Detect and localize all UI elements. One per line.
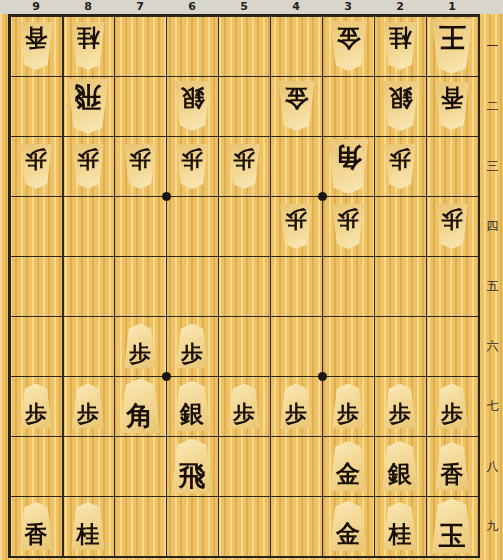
piece-kanji: 玉	[429, 522, 475, 554]
square-4i[interactable]	[270, 496, 322, 556]
square-6i[interactable]	[166, 496, 218, 556]
square-7a[interactable]	[114, 16, 166, 76]
square-1e[interactable]	[426, 256, 478, 316]
piece-kanji: 角	[325, 139, 371, 171]
piece-kanji: 王	[429, 19, 475, 51]
square-3b[interactable]	[322, 76, 374, 136]
square-3f[interactable]	[322, 316, 374, 376]
file-label-1: 1	[426, 0, 478, 14]
square-9d[interactable]	[10, 196, 62, 256]
star-point	[162, 372, 171, 381]
piece-kanji: 銀	[172, 402, 213, 431]
square-5f[interactable]	[218, 316, 270, 376]
piece-kanji: 歩	[278, 204, 314, 231]
shogi-board[interactable]: 香桂金桂王飛銀金銀香歩歩歩歩歩角歩歩歩歩歩歩歩歩角銀歩歩歩歩歩飛金銀香香桂金桂玉	[8, 14, 480, 558]
square-5i[interactable]	[218, 496, 270, 556]
star-point	[318, 192, 327, 201]
piece-kanji: 歩	[330, 204, 366, 231]
square-6e[interactable]	[166, 256, 218, 316]
square-9e[interactable]	[10, 256, 62, 316]
piece-kanji: 銀	[172, 81, 213, 110]
piece-kanji: 飛	[65, 79, 111, 111]
piece-kanji: 歩	[434, 402, 470, 429]
piece-kanji: 角	[117, 402, 163, 434]
square-8h[interactable]	[62, 436, 114, 496]
file-label-5: 5	[218, 0, 270, 14]
square-5a[interactable]	[218, 16, 270, 76]
piece-kanji: 金	[276, 81, 317, 110]
square-4e[interactable]	[270, 256, 322, 316]
square-7h[interactable]	[114, 436, 166, 496]
square-4h[interactable]	[270, 436, 322, 496]
file-label-7: 7	[114, 0, 166, 14]
piece-kanji: 銀	[380, 81, 421, 110]
file-label-6: 6	[166, 0, 218, 14]
piece-kanji: 桂	[381, 22, 419, 50]
rank-label-5: 五	[482, 256, 503, 316]
square-4c[interactable]	[270, 136, 322, 196]
square-4f[interactable]	[270, 316, 322, 376]
piece-kanji: 歩	[18, 144, 54, 171]
square-7b[interactable]	[114, 76, 166, 136]
file-labels-bar: 987654321	[0, 0, 503, 14]
piece-kanji: 歩	[122, 144, 158, 171]
square-8e[interactable]	[62, 256, 114, 316]
piece-kanji: 歩	[174, 342, 210, 369]
piece-kanji: 桂	[381, 522, 419, 550]
piece-kanji: 歩	[122, 342, 158, 369]
piece-kanji: 香	[17, 22, 55, 50]
piece-kanji: 金	[328, 21, 369, 50]
square-9b[interactable]	[10, 76, 62, 136]
file-label-2: 2	[374, 0, 426, 14]
square-6a[interactable]	[166, 16, 218, 76]
piece-kanji: 桂	[69, 522, 107, 550]
piece-kanji: 桂	[69, 22, 107, 50]
square-5d[interactable]	[218, 196, 270, 256]
file-label-3: 3	[322, 0, 374, 14]
square-8f[interactable]	[62, 316, 114, 376]
piece-kanji: 歩	[18, 402, 54, 429]
square-7d[interactable]	[114, 196, 166, 256]
piece-kanji: 金	[328, 522, 369, 551]
piece-kanji: 香	[17, 522, 55, 550]
square-2f[interactable]	[374, 316, 426, 376]
square-4a[interactable]	[270, 16, 322, 76]
square-5h[interactable]	[218, 436, 270, 496]
square-3e[interactable]	[322, 256, 374, 316]
square-1c[interactable]	[426, 136, 478, 196]
square-9f[interactable]	[10, 316, 62, 376]
piece-kanji: 歩	[70, 144, 106, 171]
piece-kanji: 歩	[382, 144, 418, 171]
piece-kanji: 歩	[434, 204, 470, 231]
square-6d[interactable]	[166, 196, 218, 256]
piece-kanji: 歩	[70, 402, 106, 429]
piece-kanji: 銀	[380, 462, 421, 491]
star-point	[162, 192, 171, 201]
shogi-diagram: 987654321 一二三四五六七八九 香桂金桂王飛銀金銀香歩歩歩歩歩角歩歩歩歩…	[0, 0, 503, 560]
piece-kanji: 歩	[382, 402, 418, 429]
rank-label-1: 一	[482, 16, 503, 76]
rank-label-2: 二	[482, 76, 503, 136]
square-2d[interactable]	[374, 196, 426, 256]
square-5e[interactable]	[218, 256, 270, 316]
piece-kanji: 歩	[226, 144, 262, 171]
piece-kanji: 歩	[226, 402, 262, 429]
piece-kanji: 香	[433, 82, 471, 110]
rank-label-6: 六	[482, 316, 503, 376]
rank-label-8: 八	[482, 436, 503, 496]
rank-label-9: 九	[482, 496, 503, 556]
square-8d[interactable]	[62, 196, 114, 256]
piece-kanji: 金	[328, 462, 369, 491]
file-label-9: 9	[10, 0, 62, 14]
square-2e[interactable]	[374, 256, 426, 316]
piece-kanji: 香	[433, 462, 471, 490]
rank-label-3: 三	[482, 136, 503, 196]
square-1f[interactable]	[426, 316, 478, 376]
square-7i[interactable]	[114, 496, 166, 556]
piece-kanji: 歩	[330, 402, 366, 429]
rank-label-7: 七	[482, 376, 503, 436]
piece-kanji: 歩	[174, 144, 210, 171]
file-label-4: 4	[270, 0, 322, 14]
square-5b[interactable]	[218, 76, 270, 136]
square-9h[interactable]	[10, 436, 62, 496]
rank-label-4: 四	[482, 196, 503, 256]
piece-kanji: 歩	[278, 402, 314, 429]
square-7e[interactable]	[114, 256, 166, 316]
star-point	[318, 372, 327, 381]
file-label-8: 8	[62, 0, 114, 14]
piece-kanji: 飛	[169, 462, 215, 494]
